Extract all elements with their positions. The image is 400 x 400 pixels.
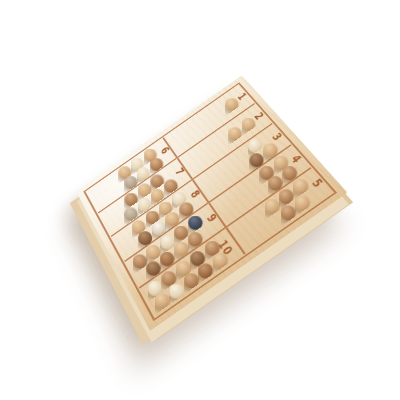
section-9-label: 9 xyxy=(204,212,218,225)
ball-tan-section2-2[interactable] xyxy=(241,118,255,132)
ball-tan-section9-8[interactable] xyxy=(174,242,189,257)
ball-tan-section8-7[interactable] xyxy=(165,212,179,226)
ball-tan-section5-5[interactable] xyxy=(295,195,310,210)
ball-brown-section7-1[interactable] xyxy=(125,193,138,206)
ball-tan-section10-6[interactable] xyxy=(154,294,169,309)
ball-red-section10-9[interactable] xyxy=(198,263,213,278)
ball-brown-section7-3[interactable] xyxy=(151,174,164,187)
ball-tan-section9-2[interactable] xyxy=(146,245,160,259)
ball-brown-section5-4[interactable] xyxy=(280,206,295,221)
board-grid: 67891012345 xyxy=(86,85,332,317)
ball-tan-section7-6[interactable] xyxy=(151,189,165,203)
ball-tan-section5-1[interactable] xyxy=(264,199,279,214)
ball-marble-section8-6[interactable] xyxy=(152,222,166,236)
ball-brown-section4-4[interactable] xyxy=(282,166,297,181)
ball-dark-section9-6[interactable] xyxy=(146,262,161,277)
ball-brown-section9-9[interactable] xyxy=(188,232,203,247)
ball-tan-section2-1[interactable] xyxy=(228,127,242,141)
ball-tan-section1-1[interactable] xyxy=(225,98,238,111)
ball-tan-section7-2[interactable] xyxy=(138,183,151,196)
ball-cream-section9-3[interactable] xyxy=(160,235,174,249)
ball-brown-section8-8[interactable] xyxy=(179,203,193,217)
section-5-label: 5 xyxy=(309,177,324,190)
ball-cream-section10-7[interactable] xyxy=(169,284,184,299)
ball-navy-section9-5[interactable] xyxy=(188,216,202,230)
ball-brown-section9-1[interactable] xyxy=(132,255,146,269)
ball-red-section9-7[interactable] xyxy=(160,252,175,267)
ball-tan-section3-3[interactable] xyxy=(263,144,277,158)
scene: 67891012345 xyxy=(0,0,400,400)
section-8-label: 8 xyxy=(188,189,202,201)
ball-brown-section9-4[interactable] xyxy=(174,226,188,240)
ball-brown-section5-2[interactable] xyxy=(279,189,294,204)
ball-tan-section10-10[interactable] xyxy=(212,253,227,268)
section-7-label: 7 xyxy=(173,166,186,178)
ball-cream-section3-1[interactable] xyxy=(248,139,262,153)
ball-tan-section5-3[interactable] xyxy=(293,179,308,194)
ball-brown-section10-8[interactable] xyxy=(183,274,198,289)
ball-brown-section4-3[interactable] xyxy=(268,176,283,191)
ball-brown-section7-7[interactable] xyxy=(164,180,178,194)
